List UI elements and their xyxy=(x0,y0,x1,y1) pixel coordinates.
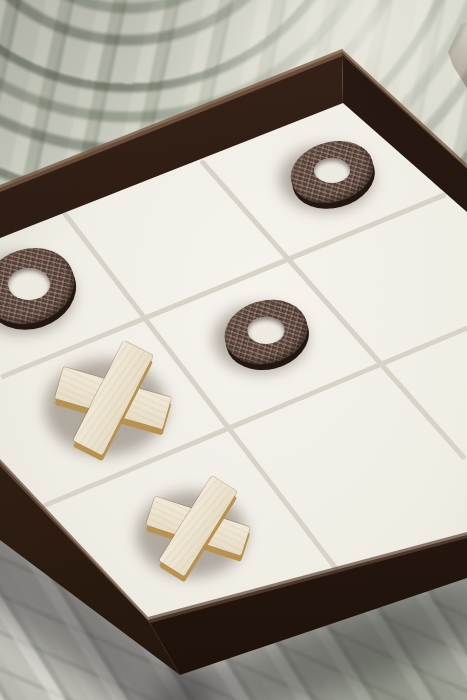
cell-r0c1[interactable] xyxy=(362,226,438,290)
o-ring-hole xyxy=(248,317,285,344)
photo-stage xyxy=(0,0,467,700)
o-ring-hole xyxy=(8,268,50,300)
pieces-layer xyxy=(0,0,467,700)
cell-r1c2[interactable] xyxy=(392,404,467,468)
o-ring-hole xyxy=(314,158,350,183)
cell-r1c0[interactable] xyxy=(135,204,211,268)
